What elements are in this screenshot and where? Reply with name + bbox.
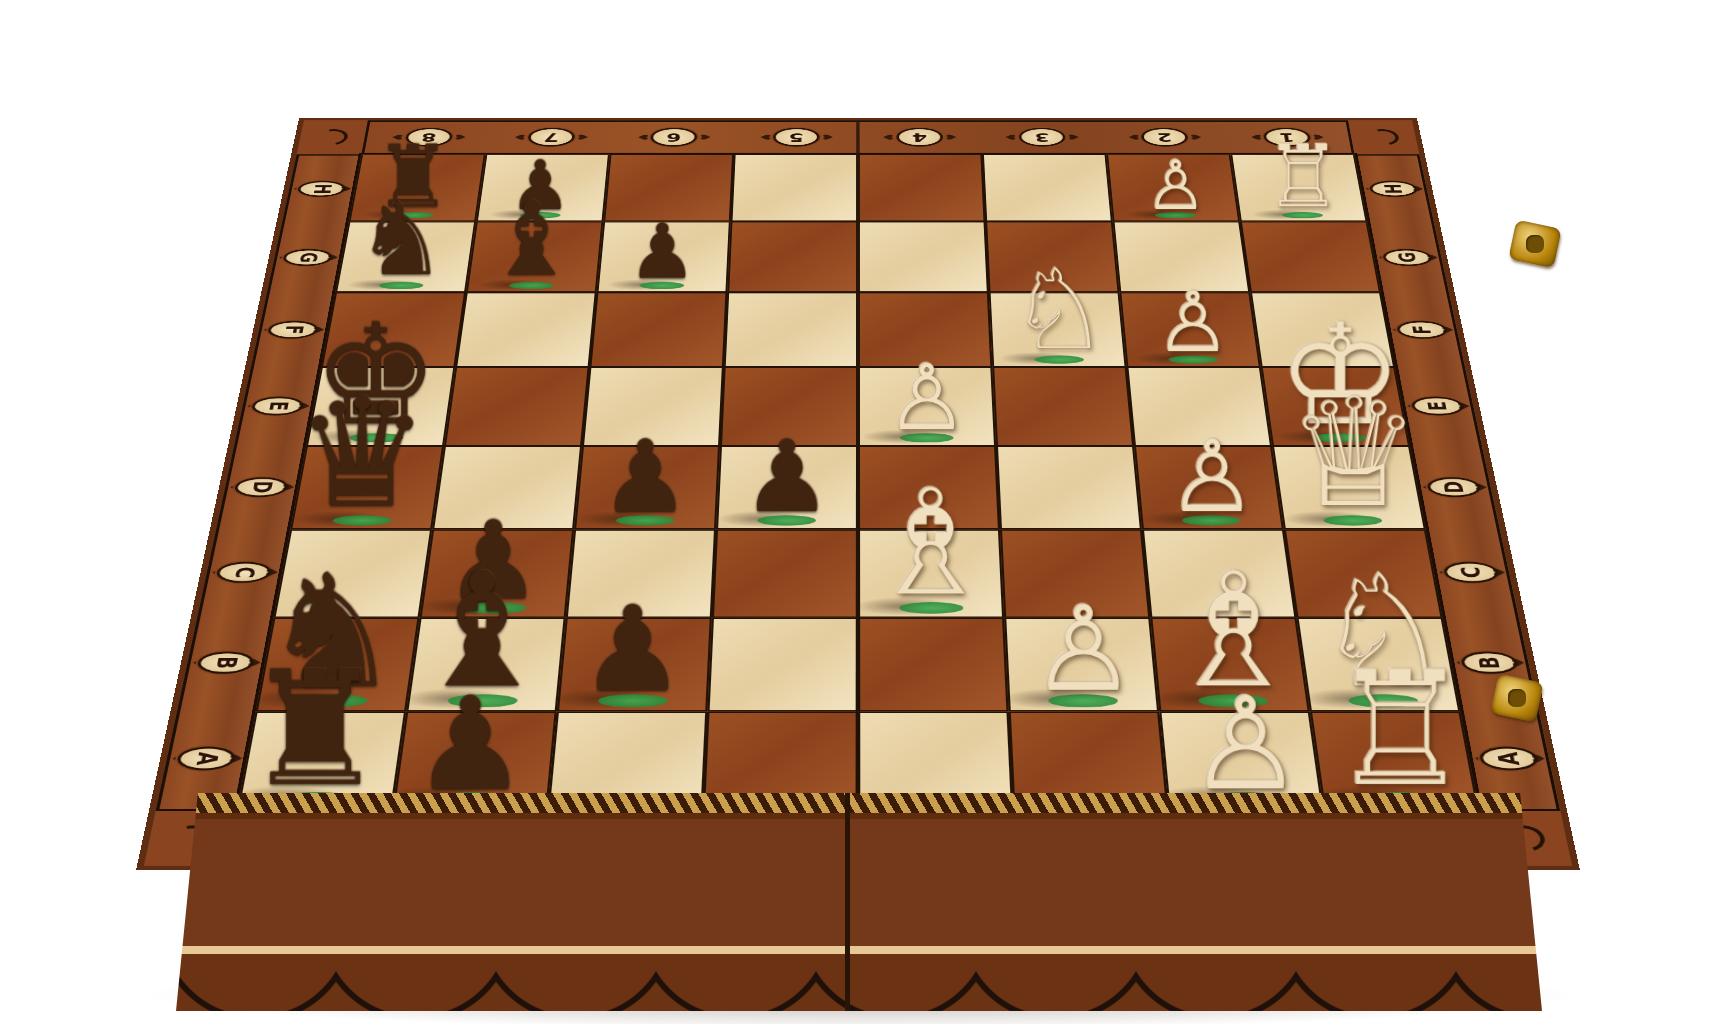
coordinate-medallion: 2 (1143, 129, 1186, 145)
coordinate-medallion: D (1429, 479, 1479, 495)
coordinate-medallion: 5 (776, 129, 817, 145)
black-pawn-d5[interactable]: ♟ (742, 430, 831, 525)
heart-motif-icon: ♥ (1489, 568, 1510, 577)
border-label-cell: ♥4♥ (858, 122, 981, 153)
square-e4[interactable]: ♙ (858, 367, 996, 446)
square-c5[interactable] (712, 529, 858, 617)
heart-motif-icon: ♥ (167, 754, 189, 764)
brass-clasp-top (1512, 224, 1558, 264)
black-pawn-b6[interactable]: ♟ (580, 594, 685, 706)
heart-motif-icon: ♥ (698, 134, 714, 140)
white-knight-f3[interactable]: ♘ (1009, 257, 1108, 362)
square-h3[interactable] (982, 154, 1113, 221)
white-pawn-e4[interactable]: ♙ (886, 355, 967, 441)
square-f2[interactable]: ♙ (1119, 292, 1260, 367)
rope-braid-trim (176, 793, 1542, 813)
heart-motif-icon: ♥ (1124, 134, 1141, 140)
white-rook-h1[interactable]: ♖ (1265, 136, 1342, 217)
square-g6[interactable]: ♟ (597, 221, 731, 292)
square-b5[interactable] (707, 618, 858, 712)
heart-motif-icon: ♥ (309, 326, 328, 333)
coordinate-medallion: A (179, 749, 234, 769)
heart-motif-icon: ♥ (879, 134, 895, 140)
white-pawn-d2[interactable]: ♙ (1168, 430, 1257, 525)
square-e3[interactable] (992, 367, 1134, 446)
heart-motif-icon: ♥ (207, 568, 228, 577)
square-c4[interactable]: ♗ (858, 529, 1004, 617)
square-d2[interactable]: ♙ (1134, 446, 1284, 529)
square-g1[interactable] (1240, 221, 1381, 292)
heart-motif-icon: ♥ (1471, 483, 1491, 491)
heart-motif-icon: ♥ (757, 134, 773, 140)
heart-motif-icon: ♥ (1247, 134, 1264, 140)
square-f5[interactable] (724, 292, 858, 367)
heart-motif-icon: ♥ (1454, 402, 1473, 410)
square-h5[interactable] (731, 154, 858, 221)
heart-motif-icon: ♥ (1423, 254, 1441, 261)
white-pawn-a2[interactable]: ♙ (1188, 684, 1303, 806)
heart-motif-icon: ♥ (225, 483, 245, 491)
carved-arc-pattern (176, 959, 1542, 1011)
square-g4[interactable] (858, 221, 989, 292)
heart-motif-icon: ♥ (1409, 185, 1427, 192)
heart-motif-icon: ♥ (634, 134, 651, 140)
corner-scroll-icon (297, 120, 368, 154)
square-f7[interactable] (455, 292, 596, 367)
coordinate-medallion: D (237, 479, 287, 495)
square-b3[interactable]: ♙ (1004, 618, 1159, 712)
chess-set-photo: ♥8♥♥7♥♥6♥♥5♥♥4♥♥3♥♥2♥♥1♥ ♥8♥♥7♥♥6♥♥5♥♥4♥… (0, 0, 1718, 1024)
heart-motif-icon: ♥ (1438, 326, 1457, 333)
square-d6[interactable]: ♟ (574, 446, 720, 529)
heart-motif-icon: ♥ (575, 134, 592, 140)
black-knight-g8[interactable]: ♞ (356, 193, 446, 288)
heart-motif-icon: ♥ (821, 134, 837, 140)
border-label-cell: ♥3♥ (980, 122, 1105, 153)
square-g8[interactable]: ♞ (335, 221, 476, 292)
coordinate-medallion: 3 (1021, 129, 1063, 145)
front-fold-seam (845, 793, 850, 1011)
white-queen-d1[interactable]: ♕ (1287, 382, 1421, 524)
black-pawn-g6[interactable]: ♟ (628, 216, 696, 288)
heart-motif-icon: ♥ (943, 134, 959, 140)
white-pawn-h2[interactable]: ♙ (1145, 153, 1206, 218)
square-g5[interactable] (727, 221, 858, 292)
heart-motif-icon: ♥ (187, 658, 208, 667)
heart-motif-icon: ♥ (1188, 134, 1205, 140)
square-d5[interactable]: ♟ (716, 446, 858, 529)
square-d8[interactable]: ♛ (290, 446, 444, 529)
white-pawn-f2[interactable]: ♙ (1156, 283, 1231, 362)
black-rook-a8[interactable]: ♜ (244, 655, 386, 805)
square-g7[interactable]: ♝ (466, 221, 603, 292)
heart-motif-icon: ♥ (388, 134, 405, 140)
white-pawn-b3[interactable]: ♙ (1031, 594, 1136, 706)
square-b6[interactable]: ♟ (557, 618, 712, 712)
box-front-face (176, 793, 1542, 1011)
heart-motif-icon: ♥ (1002, 134, 1018, 140)
heart-motif-icon: ♥ (324, 254, 342, 261)
heart-motif-icon: ♥ (1066, 134, 1083, 140)
square-f3[interactable]: ♘ (989, 292, 1127, 367)
black-bishop-g7[interactable]: ♝ (486, 191, 578, 288)
square-e7[interactable] (444, 367, 589, 446)
square-h2[interactable]: ♙ (1106, 154, 1240, 221)
black-pawn-d6[interactable]: ♟ (601, 430, 690, 525)
border-label-cell: ♥6♥ (611, 122, 736, 153)
white-bishop-c4[interactable]: ♗ (866, 474, 997, 613)
coordinate-medallion: A (1482, 749, 1537, 769)
board-perspective-wrapper: ♥8♥♥7♥♥6♥♥5♥♥4♥♥3♥♥2♥♥1♥ ♥8♥♥7♥♥6♥♥5♥♥4♥… (144, 120, 1572, 865)
square-h1[interactable]: ♖ (1230, 154, 1367, 221)
corner-scroll-icon (1348, 120, 1419, 154)
border-label-cell: ♥5♥ (735, 122, 858, 153)
square-b4[interactable] (858, 618, 1009, 712)
heart-motif-icon: ♥ (337, 185, 355, 192)
square-h4[interactable] (858, 154, 985, 221)
heart-motif-icon: ♥ (511, 134, 528, 140)
black-pawn-a7[interactable]: ♟ (413, 684, 528, 806)
square-f6[interactable] (589, 292, 727, 367)
coordinate-medallion: 4 (899, 129, 940, 145)
heart-motif-icon: ♥ (1527, 754, 1549, 764)
brass-clasp-bottom (1494, 678, 1540, 718)
heart-motif-icon: ♥ (1507, 658, 1528, 667)
coordinate-medallion: 7 (530, 129, 573, 145)
square-d1[interactable]: ♕ (1272, 446, 1426, 529)
square-d3[interactable] (996, 446, 1142, 529)
black-queen-d8[interactable]: ♛ (295, 382, 429, 524)
coordinate-medallion: 6 (653, 129, 695, 145)
white-rook-a1[interactable]: ♖ (1330, 655, 1472, 805)
heart-motif-icon: ♥ (1311, 134, 1328, 140)
heart-motif-icon: ♥ (452, 134, 469, 140)
chess-board: ♥8♥♥7♥♥6♥♥5♥♥4♥♥3♥♥2♥♥1♥ ♥8♥♥7♥♥6♥♥5♥♥4♥… (144, 120, 1572, 865)
